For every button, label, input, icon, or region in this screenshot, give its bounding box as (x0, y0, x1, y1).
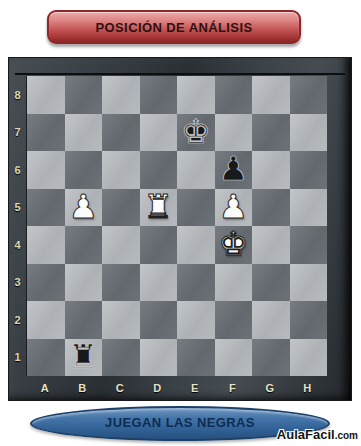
file-label-e: E (176, 376, 214, 400)
square-f7[interactable] (215, 114, 253, 152)
rank-label-4: 4 (9, 226, 26, 264)
square-e4[interactable] (177, 226, 215, 264)
rank-label-8: 8 (9, 76, 26, 114)
square-d8[interactable] (140, 76, 178, 114)
square-e2[interactable] (177, 301, 215, 339)
square-b3[interactable] (65, 264, 103, 302)
square-b1[interactable]: ♜ (65, 339, 103, 377)
board-top-line (15, 73, 345, 75)
rank-label-6: 6 (9, 151, 26, 189)
square-a7[interactable] (27, 114, 65, 152)
square-b6[interactable] (65, 151, 103, 189)
square-c3[interactable] (102, 264, 140, 302)
square-f2[interactable] (215, 301, 253, 339)
square-a6[interactable] (27, 151, 65, 189)
square-b8[interactable] (65, 76, 103, 114)
square-b5[interactable]: ♟ (65, 189, 103, 227)
square-d6[interactable] (140, 151, 178, 189)
rank-label-2: 2 (9, 301, 26, 339)
square-h5[interactable] (290, 189, 328, 227)
piece-black-king[interactable]: ♚ (181, 115, 211, 148)
square-h3[interactable] (290, 264, 328, 302)
square-b2[interactable] (65, 301, 103, 339)
square-g6[interactable] (252, 151, 290, 189)
square-c4[interactable] (102, 226, 140, 264)
analysis-title-label: POSICIÓN DE ANÁLISIS (95, 20, 252, 35)
rank-label-3: 3 (9, 264, 26, 302)
square-a4[interactable] (27, 226, 65, 264)
square-h8[interactable] (290, 76, 328, 114)
watermark-brand: AulaFacil (277, 427, 335, 442)
piece-black-rook[interactable]: ♜ (68, 340, 98, 373)
square-d3[interactable] (140, 264, 178, 302)
chess-board: ♚♟♟♜♟♚♜ (26, 76, 326, 376)
square-f1[interactable] (215, 339, 253, 377)
rank-label-5: 5 (9, 189, 26, 227)
file-label-h: H (289, 376, 327, 400)
square-g4[interactable] (252, 226, 290, 264)
analysis-title-banner: POSICIÓN DE ANÁLISIS (47, 10, 301, 44)
watermark-tld: .com (335, 430, 358, 441)
square-a5[interactable] (27, 189, 65, 227)
square-h2[interactable] (290, 301, 328, 339)
square-g3[interactable] (252, 264, 290, 302)
square-e1[interactable] (177, 339, 215, 377)
turn-indicator-label: JUEGAN LAS NEGRAS (105, 415, 255, 430)
square-e3[interactable] (177, 264, 215, 302)
piece-white-pawn[interactable]: ♟ (68, 190, 98, 223)
square-g2[interactable] (252, 301, 290, 339)
square-g5[interactable] (252, 189, 290, 227)
square-c1[interactable] (102, 339, 140, 377)
piece-black-pawn[interactable]: ♟ (218, 152, 248, 185)
file-label-c: C (101, 376, 139, 400)
square-e7[interactable]: ♚ (177, 114, 215, 152)
piece-white-pawn[interactable]: ♟ (218, 190, 248, 223)
file-labels: ABCDEFGH (26, 376, 326, 400)
square-g1[interactable] (252, 339, 290, 377)
rank-labels: 87654321 (9, 76, 26, 376)
piece-white-king[interactable]: ♚ (218, 227, 248, 260)
square-c6[interactable] (102, 151, 140, 189)
chess-board-frame: 87654321 ♚♟♟♜♟♚♜ ABCDEFGH (8, 57, 352, 401)
square-d4[interactable] (140, 226, 178, 264)
square-g8[interactable] (252, 76, 290, 114)
square-a3[interactable] (27, 264, 65, 302)
square-h4[interactable] (290, 226, 328, 264)
square-b4[interactable] (65, 226, 103, 264)
square-c2[interactable] (102, 301, 140, 339)
square-h6[interactable] (290, 151, 328, 189)
file-label-a: A (26, 376, 64, 400)
square-d2[interactable] (140, 301, 178, 339)
file-label-g: G (251, 376, 289, 400)
square-e6[interactable] (177, 151, 215, 189)
square-h1[interactable] (290, 339, 328, 377)
file-label-b: B (64, 376, 102, 400)
square-f3[interactable] (215, 264, 253, 302)
analysis-diagram: POSICIÓN DE ANÁLISIS 87654321 ♚♟♟♜♟♚♜ AB… (0, 0, 361, 446)
square-f5[interactable]: ♟ (215, 189, 253, 227)
square-f6[interactable]: ♟ (215, 151, 253, 189)
square-a2[interactable] (27, 301, 65, 339)
square-d7[interactable] (140, 114, 178, 152)
square-f4[interactable]: ♚ (215, 226, 253, 264)
square-g7[interactable] (252, 114, 290, 152)
square-b7[interactable] (65, 114, 103, 152)
square-d5[interactable]: ♜ (140, 189, 178, 227)
square-a1[interactable] (27, 339, 65, 377)
rank-label-7: 7 (9, 114, 26, 152)
square-c5[interactable] (102, 189, 140, 227)
square-c8[interactable] (102, 76, 140, 114)
watermark: AulaFacil.com (277, 427, 358, 442)
rank-label-1: 1 (9, 339, 26, 377)
square-e8[interactable] (177, 76, 215, 114)
square-a8[interactable] (27, 76, 65, 114)
square-c7[interactable] (102, 114, 140, 152)
file-label-d: D (139, 376, 177, 400)
file-label-f: F (214, 376, 252, 400)
square-f8[interactable] (215, 76, 253, 114)
square-d1[interactable] (140, 339, 178, 377)
square-h7[interactable] (290, 114, 328, 152)
square-e5[interactable] (177, 189, 215, 227)
piece-white-rook[interactable]: ♜ (143, 190, 173, 223)
